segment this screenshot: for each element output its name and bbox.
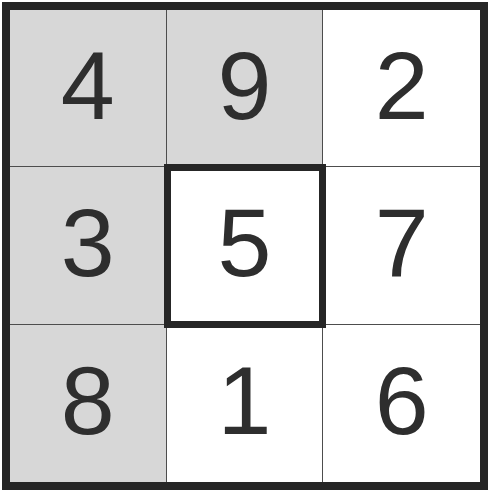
- cell-value: 5: [218, 194, 272, 297]
- cell-value: 7: [375, 194, 429, 297]
- cell-r3c1[interactable]: 8: [10, 325, 167, 482]
- cell-r2c1[interactable]: 3: [10, 167, 167, 324]
- board-grid: 4 9 2 3 5 7 8 1 6: [10, 10, 480, 482]
- cell-r1c3[interactable]: 2: [323, 10, 480, 167]
- cell-value: 9: [218, 37, 272, 140]
- cell-r3c2[interactable]: 1: [167, 325, 324, 482]
- cell-value: 8: [61, 352, 115, 455]
- cell-r2c3[interactable]: 7: [323, 167, 480, 324]
- cell-r1c1[interactable]: 4: [10, 10, 167, 167]
- magic-square-board: 4 9 2 3 5 7 8 1 6: [2, 2, 488, 490]
- cell-value: 6: [375, 352, 429, 455]
- board-inner: 4 9 2 3 5 7 8 1 6: [10, 10, 480, 482]
- cell-value: 2: [375, 37, 429, 140]
- cell-value: 1: [218, 352, 272, 455]
- cell-r1c2[interactable]: 9: [167, 10, 324, 167]
- cell-value: 3: [61, 194, 115, 297]
- cell-value: 4: [61, 37, 115, 140]
- cell-r2c2-highlighted[interactable]: 5: [167, 167, 324, 324]
- cell-r3c3[interactable]: 6: [323, 325, 480, 482]
